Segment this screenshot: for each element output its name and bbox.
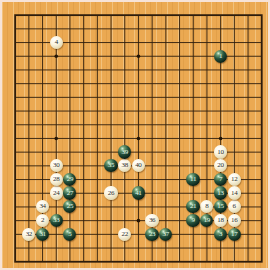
stone-white-18: 18 — [214, 214, 227, 227]
stone-white-24: 24 — [50, 186, 63, 199]
stone-black-5: 5 — [63, 228, 76, 241]
move-number: 11 — [190, 176, 196, 183]
stone-white-8: 8 — [200, 200, 213, 213]
stone-white-16: 16 — [228, 214, 241, 227]
move-number: 19 — [204, 217, 210, 224]
stone-black-15: 15 — [214, 200, 227, 213]
move-number: 30 — [53, 162, 59, 169]
move-number: 20 — [217, 162, 223, 169]
move-number: 32 — [26, 231, 32, 238]
move-number: 28 — [53, 176, 59, 183]
move-number: 12 — [231, 176, 237, 183]
stone-white-36: 36 — [145, 214, 158, 227]
stone-black-21: 21 — [186, 200, 199, 213]
go-board: 1234567891011121314151617181920212223242… — [8, 8, 268, 268]
stone-white-38: 38 — [118, 159, 131, 172]
move-number: 10 — [217, 149, 223, 156]
move-number: 8 — [205, 203, 208, 210]
stone-black-37: 37 — [159, 228, 172, 241]
move-number: 17 — [231, 231, 237, 238]
move-number: 18 — [217, 217, 223, 224]
move-number: 15 — [217, 203, 223, 210]
move-number: 13 — [217, 190, 223, 197]
move-number: 6 — [233, 203, 236, 210]
move-number: 5 — [68, 231, 71, 238]
stone-black-29: 29 — [63, 173, 76, 186]
move-number: 25 — [67, 203, 73, 210]
stone-white-12: 12 — [228, 173, 241, 186]
move-number: 22 — [122, 231, 128, 238]
stone-black-23: 23 — [145, 228, 158, 241]
stone-white-34: 34 — [36, 200, 49, 213]
move-number: 9 — [192, 217, 195, 224]
stone-black-25: 25 — [63, 200, 76, 213]
stone-white-6: 6 — [228, 200, 241, 213]
move-number: 4 — [55, 39, 58, 46]
stone-black-13: 13 — [214, 186, 227, 199]
stone-black-11: 11 — [186, 173, 199, 186]
move-number: 23 — [149, 231, 155, 238]
move-number: 21 — [190, 203, 196, 210]
move-number: 41 — [135, 190, 141, 197]
move-number: 40 — [135, 162, 141, 169]
move-number: 3 — [219, 231, 222, 238]
go-kifu-diagram: 1234567891011121314151617181920212223242… — [0, 0, 270, 270]
stone-white-28: 28 — [50, 173, 63, 186]
move-number: 14 — [231, 190, 237, 197]
stone-white-4: 4 — [50, 36, 63, 49]
move-number: 39 — [122, 149, 128, 156]
move-number: 29 — [67, 176, 73, 183]
stone-black-7: 7 — [214, 173, 227, 186]
move-number: 7 — [219, 176, 222, 183]
move-number: 26 — [108, 190, 114, 197]
move-number: 31 — [39, 231, 45, 238]
move-number: 33 — [53, 217, 59, 224]
stone-white-22: 22 — [118, 228, 131, 241]
move-number: 27 — [67, 190, 73, 197]
stone-black-19: 19 — [200, 214, 213, 227]
stone-white-10: 10 — [214, 145, 227, 158]
stone-white-30: 30 — [50, 159, 63, 172]
move-number: 37 — [163, 231, 169, 238]
stone-black-3: 3 — [214, 228, 227, 241]
stone-black-39: 39 — [118, 145, 131, 158]
stone-black-9: 9 — [186, 214, 199, 227]
stone-black-1: 1 — [214, 50, 227, 63]
stone-black-33: 33 — [50, 214, 63, 227]
stone-white-40: 40 — [132, 159, 145, 172]
stone-black-31: 31 — [36, 228, 49, 241]
move-number: 24 — [53, 190, 59, 197]
move-number: 34 — [39, 203, 45, 210]
stone-black-35: 35 — [104, 159, 117, 172]
stone-white-14: 14 — [228, 186, 241, 199]
stone-black-17: 17 — [228, 228, 241, 241]
stone-white-2: 2 — [36, 214, 49, 227]
move-number: 16 — [231, 217, 237, 224]
stone-white-32: 32 — [22, 228, 35, 241]
move-number: 35 — [108, 162, 114, 169]
stone-white-20: 20 — [214, 159, 227, 172]
move-number: 2 — [41, 217, 44, 224]
move-number: 38 — [122, 162, 128, 169]
move-number: 1 — [219, 53, 222, 60]
move-number: 36 — [149, 217, 155, 224]
stone-black-27: 27 — [63, 186, 76, 199]
stone-white-26: 26 — [104, 186, 117, 199]
stone-black-41: 41 — [132, 186, 145, 199]
